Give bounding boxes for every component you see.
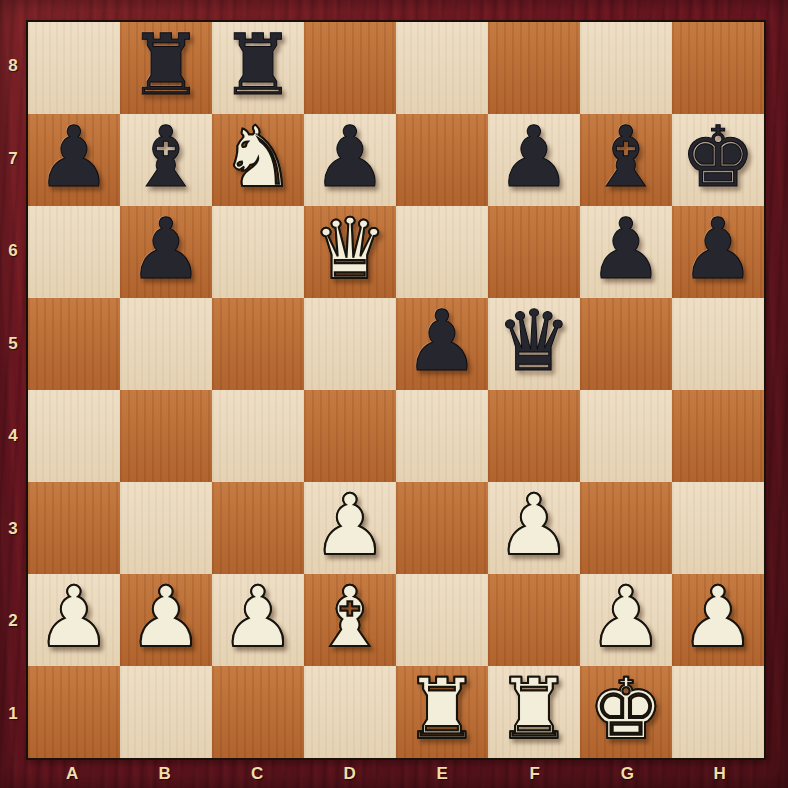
square-h2[interactable]: ♟ xyxy=(672,574,764,666)
square-f7[interactable]: ♟ xyxy=(488,114,580,206)
square-c7[interactable]: ♞ xyxy=(212,114,304,206)
square-d7[interactable]: ♟ xyxy=(304,114,396,206)
square-e6[interactable] xyxy=(396,206,488,298)
black-queen[interactable]: ♛ xyxy=(496,295,571,387)
white-king[interactable]: ♚ xyxy=(588,663,663,755)
square-g3[interactable] xyxy=(580,482,672,574)
rank-label-8: 8 xyxy=(0,20,26,113)
square-d6[interactable]: ♛ xyxy=(304,206,396,298)
square-c5[interactable] xyxy=(212,298,304,390)
square-c4[interactable] xyxy=(212,390,304,482)
square-h1[interactable] xyxy=(672,666,764,758)
white-bishop[interactable]: ♝ xyxy=(312,571,387,663)
square-e5[interactable]: ♟ xyxy=(396,298,488,390)
square-g1[interactable]: ♚ xyxy=(580,666,672,758)
square-c6[interactable] xyxy=(212,206,304,298)
black-pawn[interactable]: ♟ xyxy=(36,111,111,203)
black-pawn[interactable]: ♟ xyxy=(404,295,479,387)
square-b2[interactable]: ♟ xyxy=(120,574,212,666)
white-pawn[interactable]: ♟ xyxy=(680,571,755,663)
square-d8[interactable] xyxy=(304,22,396,114)
black-pawn[interactable]: ♟ xyxy=(680,203,755,295)
rank-label-5: 5 xyxy=(0,298,26,391)
file-labels: ABCDEFGH xyxy=(26,760,766,788)
square-b7[interactable]: ♝ xyxy=(120,114,212,206)
square-b4[interactable] xyxy=(120,390,212,482)
white-rook[interactable]: ♜ xyxy=(496,663,571,755)
square-b1[interactable] xyxy=(120,666,212,758)
black-rook[interactable]: ♜ xyxy=(220,19,295,111)
square-f2[interactable] xyxy=(488,574,580,666)
rank-label-3: 3 xyxy=(0,483,26,576)
square-h3[interactable] xyxy=(672,482,764,574)
file-label-c: C xyxy=(211,760,304,788)
rank-label-6: 6 xyxy=(0,205,26,298)
square-f4[interactable] xyxy=(488,390,580,482)
square-g5[interactable] xyxy=(580,298,672,390)
file-label-h: H xyxy=(674,760,767,788)
square-g4[interactable] xyxy=(580,390,672,482)
square-h5[interactable] xyxy=(672,298,764,390)
white-pawn[interactable]: ♟ xyxy=(128,571,203,663)
chess-diagram: ♜♜♟♝♞♟♟♝♚♟♛♟♟♟♛♟♟♟♟♟♝♟♟♜♜♚ 87654321 ABCD… xyxy=(0,0,788,788)
square-b8[interactable]: ♜ xyxy=(120,22,212,114)
file-label-b: B xyxy=(119,760,212,788)
rank-label-1: 1 xyxy=(0,668,26,761)
black-king[interactable]: ♚ xyxy=(680,111,755,203)
square-c2[interactable]: ♟ xyxy=(212,574,304,666)
square-b3[interactable] xyxy=(120,482,212,574)
square-a8[interactable] xyxy=(28,22,120,114)
chess-board: ♜♜♟♝♞♟♟♝♚♟♛♟♟♟♛♟♟♟♟♟♝♟♟♜♜♚ xyxy=(26,20,766,760)
square-d3[interactable]: ♟ xyxy=(304,482,396,574)
square-f1[interactable]: ♜ xyxy=(488,666,580,758)
file-label-a: A xyxy=(26,760,119,788)
square-b6[interactable]: ♟ xyxy=(120,206,212,298)
square-d4[interactable] xyxy=(304,390,396,482)
square-h6[interactable]: ♟ xyxy=(672,206,764,298)
black-pawn[interactable]: ♟ xyxy=(312,111,387,203)
square-h8[interactable] xyxy=(672,22,764,114)
black-rook[interactable]: ♜ xyxy=(128,19,203,111)
file-label-g: G xyxy=(581,760,674,788)
square-h4[interactable] xyxy=(672,390,764,482)
square-d5[interactable] xyxy=(304,298,396,390)
white-pawn[interactable]: ♟ xyxy=(312,479,387,571)
square-e1[interactable]: ♜ xyxy=(396,666,488,758)
white-queen[interactable]: ♛ xyxy=(312,203,387,295)
square-e7[interactable] xyxy=(396,114,488,206)
square-f3[interactable]: ♟ xyxy=(488,482,580,574)
square-c1[interactable] xyxy=(212,666,304,758)
file-label-f: F xyxy=(489,760,582,788)
square-f8[interactable] xyxy=(488,22,580,114)
square-d2[interactable]: ♝ xyxy=(304,574,396,666)
square-f5[interactable]: ♛ xyxy=(488,298,580,390)
square-a2[interactable]: ♟ xyxy=(28,574,120,666)
square-g6[interactable]: ♟ xyxy=(580,206,672,298)
black-pawn[interactable]: ♟ xyxy=(128,203,203,295)
file-label-e: E xyxy=(396,760,489,788)
black-bishop[interactable]: ♝ xyxy=(588,111,663,203)
rank-label-7: 7 xyxy=(0,113,26,206)
square-g2[interactable]: ♟ xyxy=(580,574,672,666)
square-a3[interactable] xyxy=(28,482,120,574)
square-e3[interactable] xyxy=(396,482,488,574)
rank-label-2: 2 xyxy=(0,575,26,668)
square-g8[interactable] xyxy=(580,22,672,114)
square-h7[interactable]: ♚ xyxy=(672,114,764,206)
square-c8[interactable]: ♜ xyxy=(212,22,304,114)
black-bishop[interactable]: ♝ xyxy=(128,111,203,203)
white-rook[interactable]: ♜ xyxy=(404,663,479,755)
square-a5[interactable] xyxy=(28,298,120,390)
white-pawn[interactable]: ♟ xyxy=(588,571,663,663)
white-knight[interactable]: ♞ xyxy=(220,111,295,203)
square-e4[interactable] xyxy=(396,390,488,482)
square-a7[interactable]: ♟ xyxy=(28,114,120,206)
square-a4[interactable] xyxy=(28,390,120,482)
square-a1[interactable] xyxy=(28,666,120,758)
square-d1[interactable] xyxy=(304,666,396,758)
square-a6[interactable] xyxy=(28,206,120,298)
square-g7[interactable]: ♝ xyxy=(580,114,672,206)
black-pawn[interactable]: ♟ xyxy=(588,203,663,295)
square-e8[interactable] xyxy=(396,22,488,114)
file-label-d: D xyxy=(304,760,397,788)
rank-labels: 87654321 xyxy=(0,20,26,760)
square-e2[interactable] xyxy=(396,574,488,666)
white-pawn[interactable]: ♟ xyxy=(36,571,111,663)
black-pawn[interactable]: ♟ xyxy=(496,111,571,203)
white-pawn[interactable]: ♟ xyxy=(220,571,295,663)
square-b5[interactable] xyxy=(120,298,212,390)
rank-label-4: 4 xyxy=(0,390,26,483)
square-c3[interactable] xyxy=(212,482,304,574)
white-pawn[interactable]: ♟ xyxy=(496,479,571,571)
square-f6[interactable] xyxy=(488,206,580,298)
